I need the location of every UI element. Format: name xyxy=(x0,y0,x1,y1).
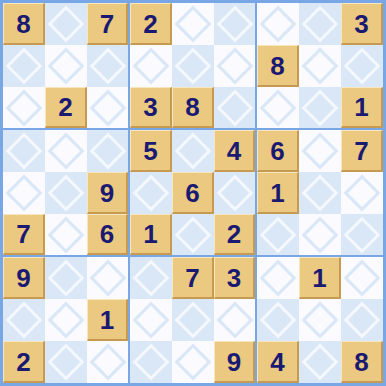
diamond-icon xyxy=(302,175,339,212)
cell-r5c1[interactable] xyxy=(3,172,45,214)
cell-r5c2[interactable] xyxy=(45,172,87,214)
diamond-icon xyxy=(302,6,339,43)
diamond-icon xyxy=(260,302,297,339)
given-digit: 1 xyxy=(312,265,326,291)
given-digit: 1 xyxy=(143,221,157,247)
cell-r7c1: 9 xyxy=(3,257,45,299)
diamond-icon xyxy=(133,175,170,212)
diamond-icon xyxy=(216,302,253,339)
given-digit: 7 xyxy=(185,265,199,291)
cell-r7c9[interactable] xyxy=(341,257,383,299)
cell-r9c3[interactable] xyxy=(87,341,128,383)
cell-r6c9[interactable] xyxy=(341,214,383,255)
diamond-icon xyxy=(6,133,43,170)
diamond-icon xyxy=(216,175,253,212)
given-digit: 7 xyxy=(16,221,30,247)
cell-r6c2[interactable] xyxy=(45,214,87,255)
diamond-icon xyxy=(302,344,339,381)
cell-r6c7[interactable] xyxy=(257,214,299,255)
cell-r9c8[interactable] xyxy=(299,341,341,383)
cell-r7c4[interactable] xyxy=(130,257,172,299)
given-digit: 6 xyxy=(270,138,284,164)
given-digit: 8 xyxy=(354,349,368,375)
cell-r5c5: 6 xyxy=(172,172,214,214)
cell-r8c6[interactable] xyxy=(214,299,255,341)
diamond-icon xyxy=(175,302,212,339)
diamond-icon xyxy=(216,48,253,85)
cell-r8c8[interactable] xyxy=(299,299,341,341)
given-digit: 8 xyxy=(185,94,199,120)
cell-r1c4: 2 xyxy=(130,3,172,45)
given-digit: 2 xyxy=(16,349,30,375)
cell-r3c9: 1 xyxy=(341,87,383,128)
diamond-icon xyxy=(48,260,85,297)
diamond-icon xyxy=(133,48,170,85)
cell-r2c5[interactable] xyxy=(172,45,214,87)
cell-r1c7[interactable] xyxy=(257,3,299,45)
cell-r6c3: 6 xyxy=(87,214,128,255)
diamond-icon xyxy=(89,344,126,381)
diamond-icon xyxy=(89,260,126,297)
cell-r2c2[interactable] xyxy=(45,45,87,87)
diamond-icon xyxy=(6,175,43,212)
cell-r8c7[interactable] xyxy=(257,299,299,341)
cell-r8c9[interactable] xyxy=(341,299,383,341)
cell-r4c6: 4 xyxy=(214,130,255,172)
cell-r8c4[interactable] xyxy=(130,299,172,341)
cell-r2c8[interactable] xyxy=(299,45,341,87)
cell-r2c7: 8 xyxy=(257,45,299,87)
cell-r1c2[interactable] xyxy=(45,3,87,45)
given-digit: 9 xyxy=(100,180,114,206)
diamond-icon xyxy=(175,344,212,381)
cell-r9c6: 9 xyxy=(214,341,255,383)
given-digit: 9 xyxy=(16,265,30,291)
diamond-icon xyxy=(48,175,85,212)
diamond-icon xyxy=(302,48,339,85)
given-digit: 6 xyxy=(100,221,114,247)
diamond-icon xyxy=(302,216,339,253)
diamond-icon xyxy=(302,89,339,126)
cell-r6c5[interactable] xyxy=(172,214,214,255)
given-digit: 2 xyxy=(58,94,72,120)
diamond-icon xyxy=(6,48,43,85)
diamond-icon xyxy=(344,260,381,297)
diamond-icon xyxy=(260,260,297,297)
cell-r9c7: 4 xyxy=(257,341,299,383)
diamond-icon xyxy=(260,89,297,126)
cell-r3c6[interactable] xyxy=(214,87,255,128)
cell-r1c8[interactable] xyxy=(299,3,341,45)
cell-r5c4[interactable] xyxy=(130,172,172,214)
cell-r4c5[interactable] xyxy=(172,130,214,172)
cell-r1c9: 3 xyxy=(341,3,383,45)
diamond-icon xyxy=(48,302,85,339)
cell-r7c5: 7 xyxy=(172,257,214,299)
cell-r9c9: 8 xyxy=(341,341,383,383)
given-digit: 4 xyxy=(227,138,241,164)
given-digit: 8 xyxy=(16,11,30,37)
cell-r5c9[interactable] xyxy=(341,172,383,214)
diamond-icon xyxy=(344,216,381,253)
diamond-icon xyxy=(344,48,381,85)
diamond-icon xyxy=(6,89,43,126)
cell-r8c5[interactable] xyxy=(172,299,214,341)
cell-r6c6: 2 xyxy=(214,214,255,255)
given-digit: 4 xyxy=(270,349,284,375)
diamond-icon xyxy=(133,260,170,297)
cell-r3c5: 8 xyxy=(172,87,214,128)
diamond-icon xyxy=(175,48,212,85)
cell-r9c1: 2 xyxy=(3,341,45,383)
given-digit: 7 xyxy=(354,138,368,164)
diamond-icon xyxy=(48,6,85,43)
sudoku-board: 87238238154679617612973112948 xyxy=(0,0,386,386)
cell-r4c4: 5 xyxy=(130,130,172,172)
diamond-icon xyxy=(48,133,85,170)
diamond-icon xyxy=(133,302,170,339)
given-digit: 1 xyxy=(100,307,114,333)
diamond-icon xyxy=(48,48,85,85)
cell-r2c9[interactable] xyxy=(341,45,383,87)
diamond-icon xyxy=(216,89,253,126)
cell-r2c3[interactable] xyxy=(87,45,128,87)
cell-r8c3: 1 xyxy=(87,299,128,341)
diamond-icon xyxy=(48,216,85,253)
diamond-icon xyxy=(260,216,297,253)
cell-r3c2: 2 xyxy=(45,87,87,128)
diamond-icon xyxy=(302,133,339,170)
cell-r9c5[interactable] xyxy=(172,341,214,383)
cell-r6c8[interactable] xyxy=(299,214,341,255)
given-digit: 1 xyxy=(354,94,368,120)
cell-r3c8[interactable] xyxy=(299,87,341,128)
given-digit: 2 xyxy=(227,221,241,247)
cell-r3c1[interactable] xyxy=(3,87,45,128)
cell-r5c7: 1 xyxy=(257,172,299,214)
diamond-icon xyxy=(344,175,381,212)
cell-r2c4[interactable] xyxy=(130,45,172,87)
cell-r1c6[interactable] xyxy=(214,3,255,45)
cell-r6c1: 7 xyxy=(3,214,45,255)
given-digit: 3 xyxy=(143,94,157,120)
given-digit: 9 xyxy=(227,349,241,375)
diamond-icon xyxy=(260,6,297,43)
cell-r8c2[interactable] xyxy=(45,299,87,341)
cell-r1c1: 8 xyxy=(3,3,45,45)
given-digit: 1 xyxy=(270,180,284,206)
diamond-icon xyxy=(175,216,212,253)
diamond-icon xyxy=(216,6,253,43)
diamond-icon xyxy=(133,344,170,381)
cell-r2c1[interactable] xyxy=(3,45,45,87)
cell-r5c6[interactable] xyxy=(214,172,255,214)
cell-r9c2[interactable] xyxy=(45,341,87,383)
given-digit: 2 xyxy=(143,11,157,37)
diamond-icon xyxy=(89,133,126,170)
cell-r4c1[interactable] xyxy=(3,130,45,172)
cell-r4c3[interactable] xyxy=(87,130,128,172)
cell-r1c5[interactable] xyxy=(172,3,214,45)
cell-r7c7[interactable] xyxy=(257,257,299,299)
diamond-icon xyxy=(175,6,212,43)
given-digit: 6 xyxy=(185,180,199,206)
cell-r4c9: 7 xyxy=(341,130,383,172)
cell-r5c8[interactable] xyxy=(299,172,341,214)
diamond-icon xyxy=(89,48,126,85)
cell-r7c6: 3 xyxy=(214,257,255,299)
cell-r6c4: 1 xyxy=(130,214,172,255)
cell-r7c3[interactable] xyxy=(87,257,128,299)
diamond-icon xyxy=(48,344,85,381)
cell-r7c8: 1 xyxy=(299,257,341,299)
given-digit: 8 xyxy=(270,53,284,79)
given-digit: 3 xyxy=(354,11,368,37)
cell-r8c1[interactable] xyxy=(3,299,45,341)
cell-r5c3: 9 xyxy=(87,172,128,214)
cell-r1c3: 7 xyxy=(87,3,128,45)
given-digit: 7 xyxy=(100,11,114,37)
cell-r4c2[interactable] xyxy=(45,130,87,172)
cell-r4c8[interactable] xyxy=(299,130,341,172)
diamond-icon xyxy=(175,133,212,170)
diamond-icon xyxy=(89,89,126,126)
diamond-icon xyxy=(302,302,339,339)
cell-r3c4: 3 xyxy=(130,87,172,128)
cell-r3c7[interactable] xyxy=(257,87,299,128)
cell-r2c6[interactable] xyxy=(214,45,255,87)
given-digit: 5 xyxy=(143,138,157,164)
cell-r7c2[interactable] xyxy=(45,257,87,299)
cell-r9c4[interactable] xyxy=(130,341,172,383)
diamond-icon xyxy=(6,302,43,339)
given-digit: 3 xyxy=(227,265,241,291)
cell-r4c7: 6 xyxy=(257,130,299,172)
cell-r3c3[interactable] xyxy=(87,87,128,128)
diamond-icon xyxy=(344,302,381,339)
